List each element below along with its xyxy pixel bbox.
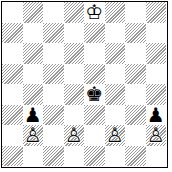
- square-f2[interactable]: ♙: [105, 125, 126, 146]
- square-f4[interactable]: [105, 84, 126, 105]
- square-g6[interactable]: [125, 43, 146, 64]
- square-f8[interactable]: [105, 2, 126, 23]
- square-h7[interactable]: [146, 23, 167, 44]
- square-d5[interactable]: [64, 64, 85, 85]
- square-a4[interactable]: [2, 84, 23, 105]
- board-frame: ♔♚♟♟♙♙♙♙: [1, 1, 168, 168]
- square-d3[interactable]: [64, 105, 85, 126]
- white-pawn-h2: ♙: [147, 125, 165, 146]
- square-e5[interactable]: [84, 64, 105, 85]
- square-c7[interactable]: [43, 23, 64, 44]
- square-g5[interactable]: [125, 64, 146, 85]
- square-h5[interactable]: [146, 64, 167, 85]
- square-e4[interactable]: ♚: [84, 84, 105, 105]
- square-d6[interactable]: [64, 43, 85, 64]
- square-a5[interactable]: [2, 64, 23, 85]
- black-pawn-h3: ♟: [147, 105, 165, 126]
- chess-board: ♔♚♟♟♙♙♙♙: [2, 2, 166, 166]
- square-f5[interactable]: [105, 64, 126, 85]
- square-e2[interactable]: [84, 125, 105, 146]
- square-b1[interactable]: [23, 146, 44, 167]
- square-c2[interactable]: [43, 125, 64, 146]
- square-c3[interactable]: [43, 105, 64, 126]
- white-pawn-b2: ♙: [24, 125, 42, 146]
- square-e3[interactable]: [84, 105, 105, 126]
- square-c5[interactable]: [43, 64, 64, 85]
- square-a2[interactable]: [2, 125, 23, 146]
- chess-diagram: ♔♚♟♟♙♙♙♙: [0, 0, 172, 172]
- square-c8[interactable]: [43, 2, 64, 23]
- white-king-e8: ♔: [85, 2, 103, 23]
- square-b2[interactable]: ♙: [23, 125, 44, 146]
- square-c4[interactable]: [43, 84, 64, 105]
- black-king-e4: ♚: [85, 84, 103, 105]
- square-b6[interactable]: [23, 43, 44, 64]
- square-f6[interactable]: [105, 43, 126, 64]
- square-g4[interactable]: [125, 84, 146, 105]
- square-a6[interactable]: [2, 43, 23, 64]
- square-d2[interactable]: ♙: [64, 125, 85, 146]
- square-e1[interactable]: [84, 146, 105, 167]
- square-f1[interactable]: [105, 146, 126, 167]
- square-g3[interactable]: [125, 105, 146, 126]
- square-h4[interactable]: [146, 84, 167, 105]
- square-f7[interactable]: [105, 23, 126, 44]
- square-a7[interactable]: [2, 23, 23, 44]
- white-pawn-d2: ♙: [65, 125, 83, 146]
- square-b4[interactable]: [23, 84, 44, 105]
- square-c1[interactable]: [43, 146, 64, 167]
- square-c6[interactable]: [43, 43, 64, 64]
- square-g8[interactable]: [125, 2, 146, 23]
- square-a8[interactable]: [2, 2, 23, 23]
- square-a3[interactable]: [2, 105, 23, 126]
- square-h3[interactable]: ♟: [146, 105, 167, 126]
- square-e6[interactable]: [84, 43, 105, 64]
- square-b7[interactable]: [23, 23, 44, 44]
- square-f3[interactable]: [105, 105, 126, 126]
- square-g2[interactable]: [125, 125, 146, 146]
- square-d1[interactable]: [64, 146, 85, 167]
- square-h1[interactable]: [146, 146, 167, 167]
- square-b5[interactable]: [23, 64, 44, 85]
- square-h8[interactable]: [146, 2, 167, 23]
- square-h2[interactable]: ♙: [146, 125, 167, 146]
- square-b3[interactable]: ♟: [23, 105, 44, 126]
- square-e7[interactable]: [84, 23, 105, 44]
- square-d4[interactable]: [64, 84, 85, 105]
- square-h6[interactable]: [146, 43, 167, 64]
- square-b8[interactable]: [23, 2, 44, 23]
- square-a1[interactable]: [2, 146, 23, 167]
- square-d8[interactable]: [64, 2, 85, 23]
- square-e8[interactable]: ♔: [84, 2, 105, 23]
- white-pawn-f2: ♙: [106, 125, 124, 146]
- square-g1[interactable]: [125, 146, 146, 167]
- black-pawn-b3: ♟: [24, 105, 42, 126]
- square-g7[interactable]: [125, 23, 146, 44]
- square-d7[interactable]: [64, 23, 85, 44]
